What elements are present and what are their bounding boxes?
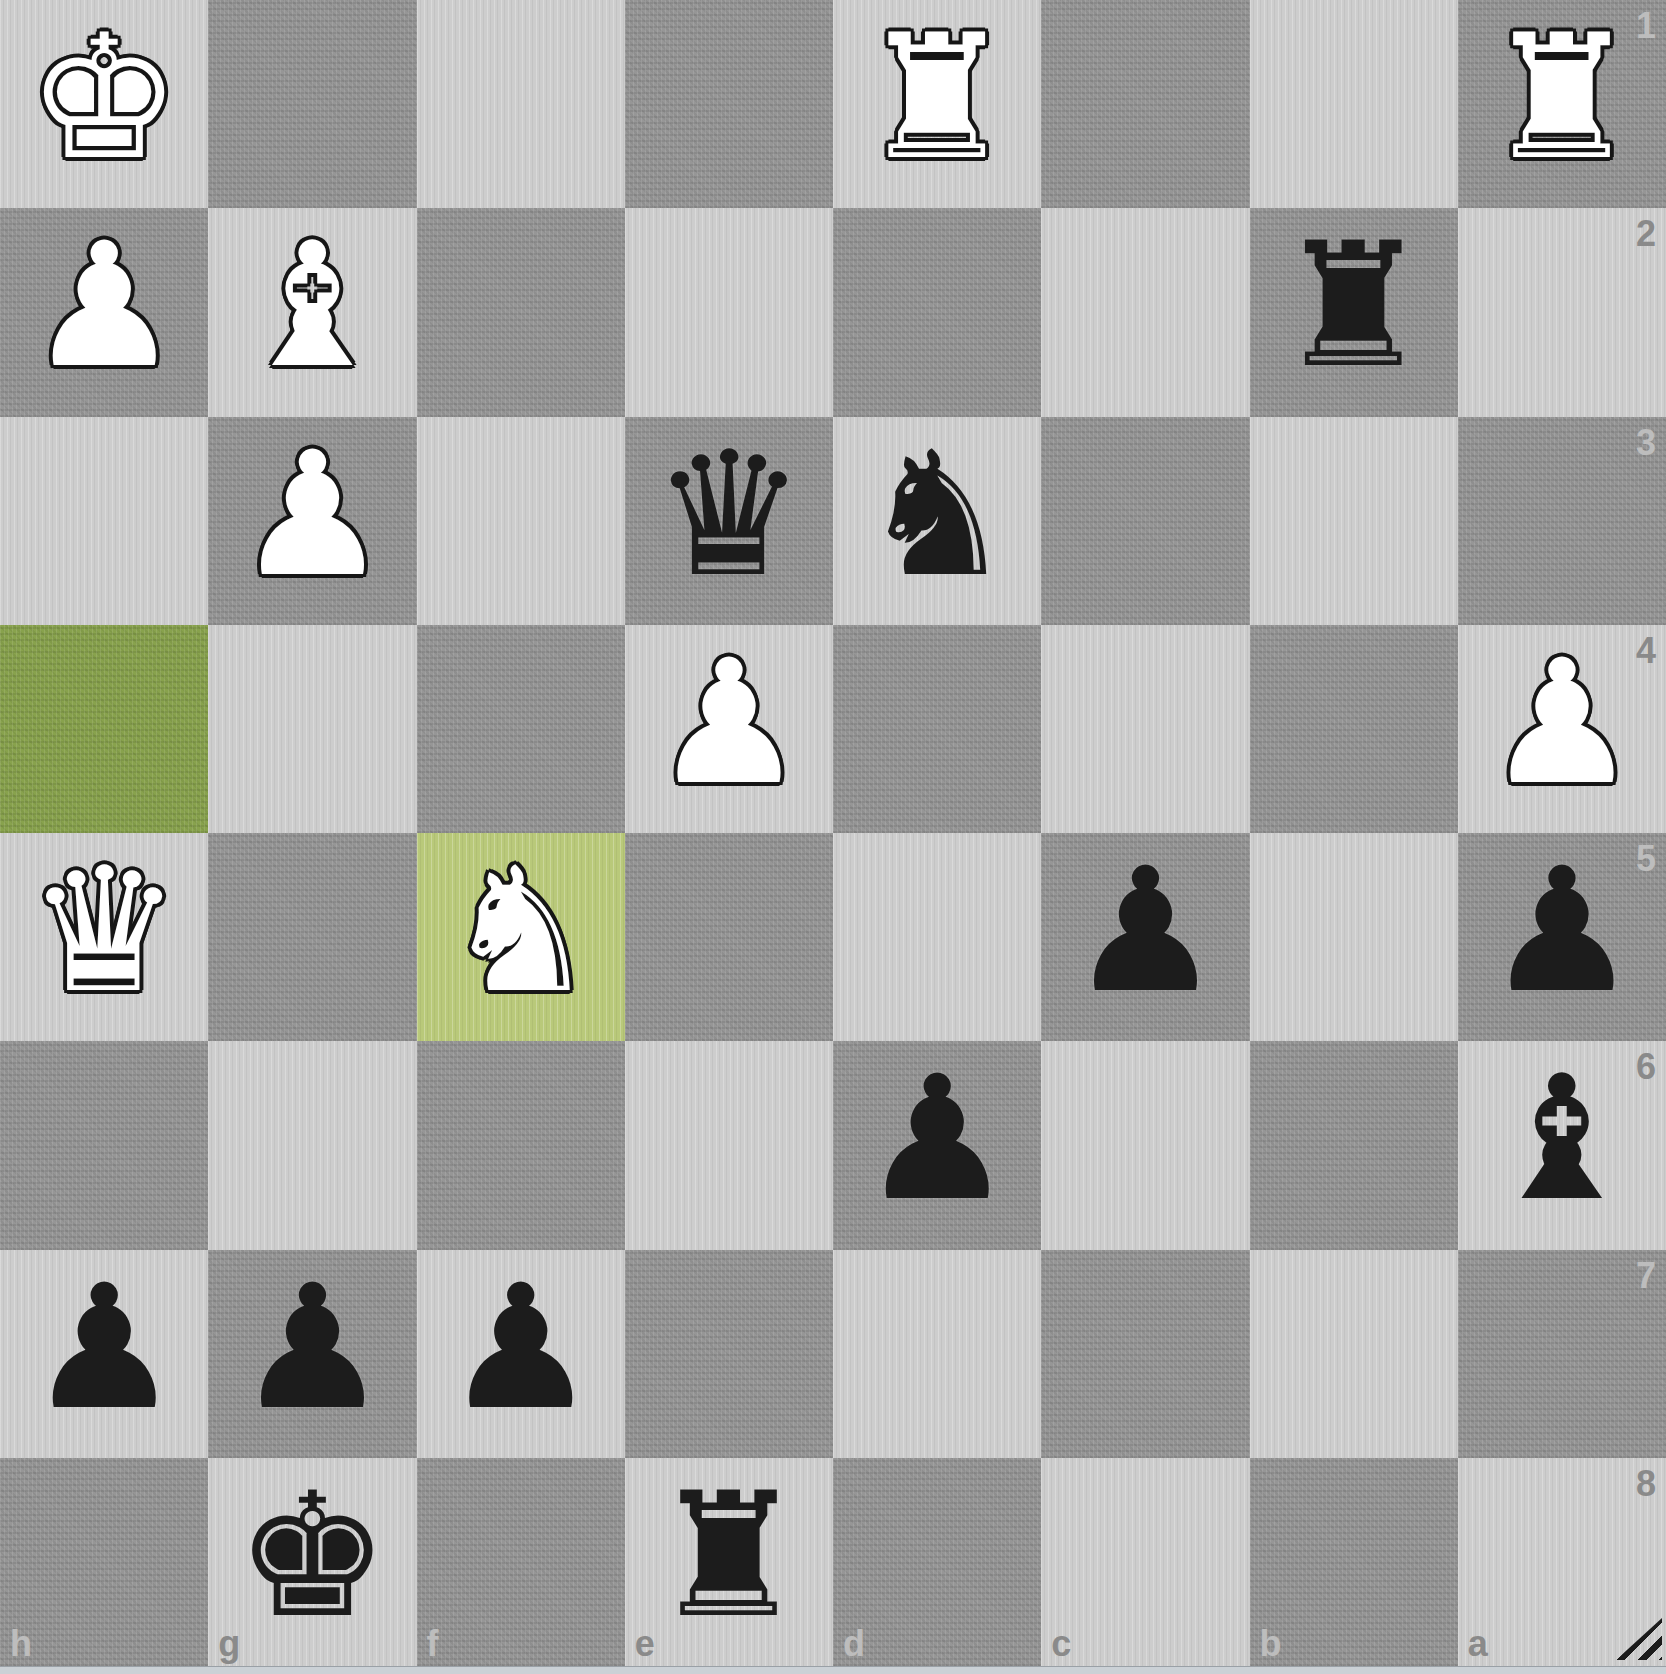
square-c2[interactable] [1041, 208, 1249, 416]
square-g6[interactable] [208, 1041, 416, 1249]
square-e4[interactable]: ♟ [625, 625, 833, 833]
square-h4[interactable] [0, 625, 208, 833]
square-g1[interactable] [208, 0, 416, 208]
rank-label-5: 5 [1636, 841, 1656, 877]
piece-black-pawn[interactable]: ♟ [860, 1053, 1014, 1225]
piece-white-rook[interactable]: ♜ [860, 12, 1014, 184]
rank-label-1: 1 [1636, 8, 1656, 44]
square-b6[interactable] [1250, 1041, 1458, 1249]
file-label-f: f [427, 1626, 439, 1662]
square-f4[interactable] [417, 625, 625, 833]
file-label-d: d [843, 1626, 865, 1662]
square-c6[interactable] [1041, 1041, 1249, 1249]
piece-black-pawn[interactable]: ♟ [444, 1262, 598, 1434]
square-e7[interactable] [625, 1250, 833, 1458]
square-g7[interactable]: ♟ [208, 1250, 416, 1458]
square-a4[interactable]: ♟4 [1458, 625, 1666, 833]
square-a3[interactable]: 3 [1458, 417, 1666, 625]
chess-board: ♚♜♜1♟♝♜2♟♛♞3♟♟4♛♞♟♟5♟♝6♟♟♟7h♚gf♜edcb8a [0, 0, 1666, 1666]
square-d1[interactable]: ♜ [833, 0, 1041, 208]
piece-white-bishop[interactable]: ♝ [235, 220, 389, 392]
piece-white-knight[interactable]: ♞ [444, 845, 598, 1017]
rank-label-2: 2 [1636, 216, 1656, 252]
file-label-g: g [218, 1626, 240, 1662]
piece-black-knight[interactable]: ♞ [860, 429, 1014, 601]
square-b4[interactable] [1250, 625, 1458, 833]
square-h1[interactable]: ♚ [0, 0, 208, 208]
square-d7[interactable] [833, 1250, 1041, 1458]
square-h3[interactable] [0, 417, 208, 625]
square-d2[interactable] [833, 208, 1041, 416]
square-h6[interactable] [0, 1041, 208, 1249]
window-edge-strip [0, 1666, 1666, 1674]
square-g2[interactable]: ♝ [208, 208, 416, 416]
square-f3[interactable] [417, 417, 625, 625]
piece-black-queen[interactable]: ♛ [652, 429, 806, 601]
piece-white-king[interactable]: ♚ [27, 12, 181, 184]
square-c4[interactable] [1041, 625, 1249, 833]
piece-black-pawn[interactable]: ♟ [1485, 845, 1639, 1017]
square-a6[interactable]: ♝6 [1458, 1041, 1666, 1249]
square-c1[interactable] [1041, 0, 1249, 208]
square-f1[interactable] [417, 0, 625, 208]
square-g5[interactable] [208, 833, 416, 1041]
piece-white-pawn[interactable]: ♟ [27, 220, 181, 392]
square-b7[interactable] [1250, 1250, 1458, 1458]
square-f5[interactable]: ♞ [417, 833, 625, 1041]
square-e3[interactable]: ♛ [625, 417, 833, 625]
square-c7[interactable] [1041, 1250, 1249, 1458]
piece-white-pawn[interactable]: ♟ [652, 637, 806, 809]
square-a5[interactable]: ♟5 [1458, 833, 1666, 1041]
square-h5[interactable]: ♛ [0, 833, 208, 1041]
piece-white-pawn[interactable]: ♟ [235, 429, 389, 601]
square-b1[interactable] [1250, 0, 1458, 208]
file-label-h: h [10, 1626, 32, 1662]
square-d4[interactable] [833, 625, 1041, 833]
square-d5[interactable] [833, 833, 1041, 1041]
square-c5[interactable]: ♟ [1041, 833, 1249, 1041]
square-b8[interactable]: b [1250, 1458, 1458, 1666]
square-e5[interactable] [625, 833, 833, 1041]
piece-black-bishop[interactable]: ♝ [1485, 1053, 1639, 1225]
square-g3[interactable]: ♟ [208, 417, 416, 625]
square-b3[interactable] [1250, 417, 1458, 625]
square-b5[interactable] [1250, 833, 1458, 1041]
file-label-e: e [635, 1626, 655, 1662]
file-label-a: a [1468, 1626, 1488, 1662]
square-h7[interactable]: ♟ [0, 1250, 208, 1458]
rank-label-3: 3 [1636, 425, 1656, 461]
resize-handle-icon[interactable] [1616, 1618, 1662, 1660]
piece-black-rook[interactable]: ♜ [1277, 220, 1431, 392]
piece-white-queen[interactable]: ♛ [27, 845, 181, 1017]
square-b2[interactable]: ♜ [1250, 208, 1458, 416]
square-f2[interactable] [417, 208, 625, 416]
square-e6[interactable] [625, 1041, 833, 1249]
square-c8[interactable]: c [1041, 1458, 1249, 1666]
piece-black-pawn[interactable]: ♟ [235, 1262, 389, 1434]
piece-black-pawn[interactable]: ♟ [1068, 845, 1222, 1017]
square-f8[interactable]: f [417, 1458, 625, 1666]
square-d8[interactable]: d [833, 1458, 1041, 1666]
rank-label-6: 6 [1636, 1049, 1656, 1085]
square-d3[interactable]: ♞ [833, 417, 1041, 625]
rank-label-7: 7 [1636, 1258, 1656, 1294]
file-label-c: c [1051, 1626, 1071, 1662]
square-g4[interactable] [208, 625, 416, 833]
square-a8[interactable]: 8a [1458, 1458, 1666, 1666]
rank-label-8: 8 [1636, 1466, 1656, 1502]
square-c3[interactable] [1041, 417, 1249, 625]
file-label-b: b [1260, 1626, 1282, 1662]
piece-white-rook[interactable]: ♜ [1485, 12, 1639, 184]
square-f7[interactable]: ♟ [417, 1250, 625, 1458]
piece-white-pawn[interactable]: ♟ [1485, 637, 1639, 809]
piece-black-rook[interactable]: ♜ [652, 1470, 806, 1642]
square-a2[interactable]: 2 [1458, 208, 1666, 416]
piece-black-king[interactable]: ♚ [235, 1470, 389, 1642]
square-h8[interactable]: h [0, 1458, 208, 1666]
square-h2[interactable]: ♟ [0, 208, 208, 416]
square-g8[interactable]: ♚g [208, 1458, 416, 1666]
square-a1[interactable]: ♜1 [1458, 0, 1666, 208]
square-a7[interactable]: 7 [1458, 1250, 1666, 1458]
square-e1[interactable] [625, 0, 833, 208]
square-d6[interactable]: ♟ [833, 1041, 1041, 1249]
rank-label-4: 4 [1636, 633, 1656, 669]
square-e2[interactable] [625, 208, 833, 416]
square-e8[interactable]: ♜e [625, 1458, 833, 1666]
square-f6[interactable] [417, 1041, 625, 1249]
piece-black-pawn[interactable]: ♟ [27, 1262, 181, 1434]
